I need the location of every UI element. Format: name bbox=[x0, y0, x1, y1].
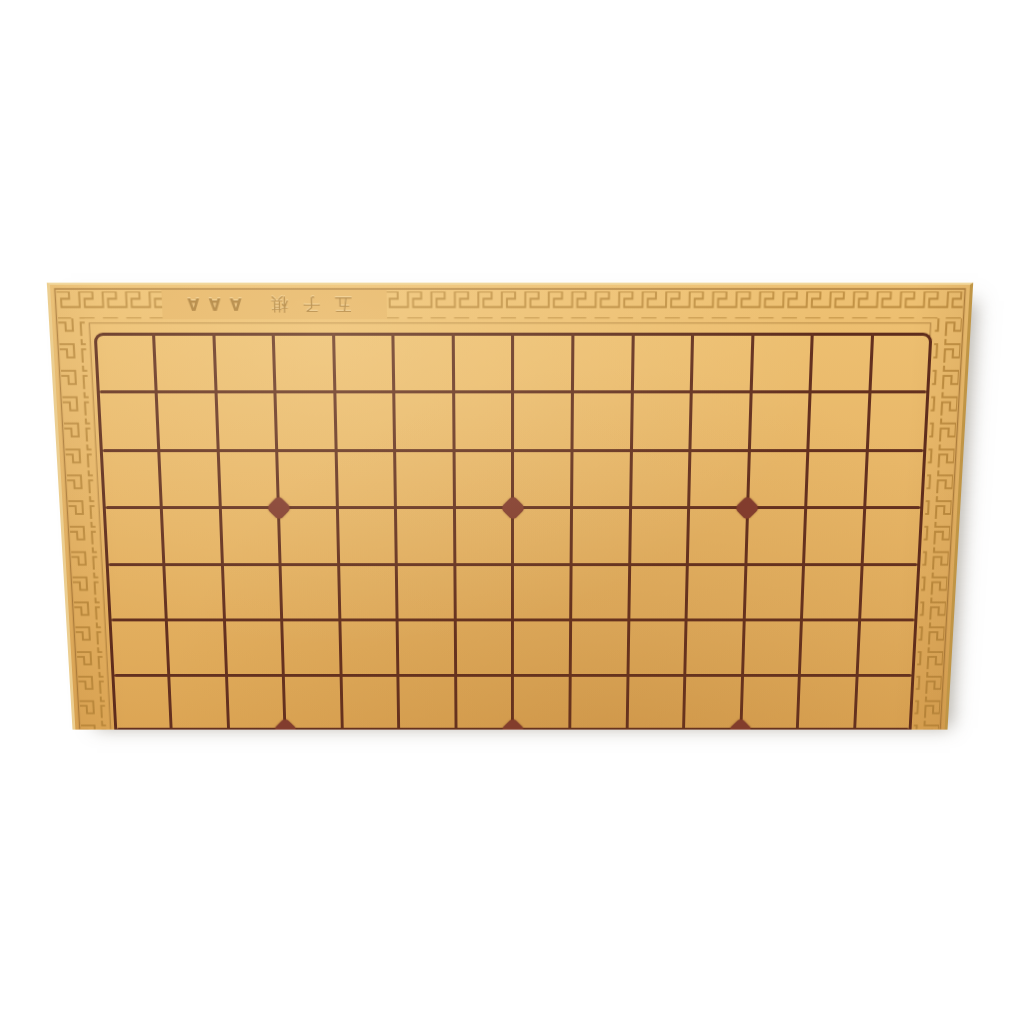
grid-line-h bbox=[109, 563, 918, 566]
product-photo: 五子棋 AAA bbox=[0, 0, 1024, 1024]
grid-line-h bbox=[111, 619, 914, 622]
title-cjk: 五子棋 bbox=[256, 294, 352, 315]
brand-label: AAA bbox=[178, 294, 242, 313]
board-title-embossed: 五子棋 AAA bbox=[161, 290, 387, 319]
board-perspective-wrap: 五子棋 AAA bbox=[47, 283, 973, 730]
gomoku-board: 五子棋 AAA bbox=[47, 283, 973, 730]
grid-line-h bbox=[100, 390, 927, 393]
grid-line-h bbox=[103, 449, 924, 452]
grid-line-h bbox=[114, 674, 911, 677]
